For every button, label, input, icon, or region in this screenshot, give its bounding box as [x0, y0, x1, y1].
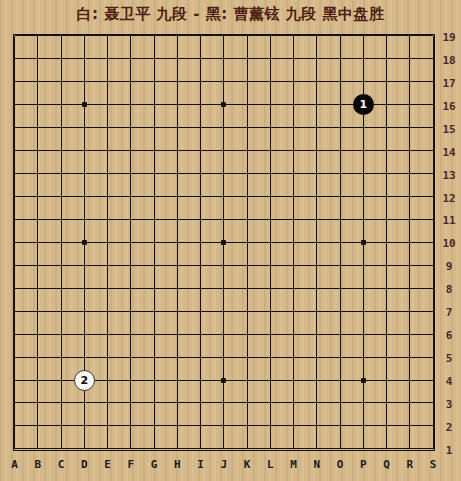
- intersection: [26, 300, 49, 323]
- intersection: [352, 116, 375, 139]
- intersection: [50, 369, 73, 392]
- intersection: [73, 414, 96, 437]
- intersection: [329, 369, 352, 392]
- intersection: [398, 414, 421, 437]
- go-board: 12: [3, 25, 445, 461]
- intersection: [212, 369, 235, 392]
- intersection: [3, 231, 26, 254]
- intersection: [26, 346, 49, 369]
- intersection: [259, 47, 282, 70]
- intersection: 1: [352, 93, 375, 116]
- intersection: [96, 300, 119, 323]
- intersection: [282, 369, 305, 392]
- star-point: [221, 240, 226, 245]
- intersection: [375, 300, 398, 323]
- intersection: [375, 208, 398, 231]
- intersection: [236, 392, 259, 415]
- stone-white-2: 2: [74, 370, 95, 391]
- row-label: 14: [437, 141, 461, 164]
- intersection: [236, 231, 259, 254]
- intersection: [96, 185, 119, 208]
- column-label: C: [50, 456, 73, 472]
- intersection: [26, 231, 49, 254]
- row-label: 10: [437, 232, 461, 255]
- intersection: [329, 414, 352, 437]
- intersection: [73, 47, 96, 70]
- intersection: [212, 162, 235, 185]
- intersection: [3, 277, 26, 300]
- intersection: [119, 162, 142, 185]
- intersection: [26, 70, 49, 93]
- intersection: [212, 323, 235, 346]
- intersection: [329, 346, 352, 369]
- star-point: [221, 102, 226, 107]
- intersection: [166, 231, 189, 254]
- row-label: 8: [437, 278, 461, 301]
- intersection: [236, 185, 259, 208]
- intersection: [26, 47, 49, 70]
- intersection: [73, 208, 96, 231]
- intersection: [189, 369, 212, 392]
- intersection: [96, 116, 119, 139]
- intersection: [352, 70, 375, 93]
- intersection: [3, 70, 26, 93]
- intersection: [259, 254, 282, 277]
- intersection: [96, 70, 119, 93]
- column-label: F: [119, 456, 142, 472]
- intersection: [166, 414, 189, 437]
- intersection: [119, 277, 142, 300]
- intersection: [212, 300, 235, 323]
- row-label: 18: [437, 49, 461, 72]
- intersection: [352, 414, 375, 437]
- intersection: [375, 231, 398, 254]
- intersection: [189, 208, 212, 231]
- intersection: [119, 70, 142, 93]
- intersection: [3, 47, 26, 70]
- intersection: [73, 185, 96, 208]
- intersection: [236, 369, 259, 392]
- intersection: [189, 392, 212, 415]
- intersection: [96, 208, 119, 231]
- intersection: [119, 139, 142, 162]
- intersection: [189, 346, 212, 369]
- intersection: [143, 300, 166, 323]
- intersection: [352, 162, 375, 185]
- intersection: [189, 231, 212, 254]
- intersection: [352, 254, 375, 277]
- column-label: P: [352, 456, 375, 472]
- intersection: [282, 25, 305, 48]
- column-label: L: [259, 456, 282, 472]
- column-label: I: [189, 456, 212, 472]
- intersection: [189, 139, 212, 162]
- intersection: [119, 392, 142, 415]
- intersection: [166, 346, 189, 369]
- row-label: 12: [437, 187, 461, 210]
- intersection: [50, 139, 73, 162]
- intersection: [143, 139, 166, 162]
- intersection: [352, 25, 375, 48]
- column-labels: ABCDEFGHIJKLMNOPQRS: [3, 456, 445, 472]
- intersection: [236, 208, 259, 231]
- intersection: [352, 323, 375, 346]
- intersection: [329, 208, 352, 231]
- intersection: [3, 162, 26, 185]
- intersection: [259, 346, 282, 369]
- intersection: [329, 116, 352, 139]
- intersection: [398, 231, 421, 254]
- intersection: [259, 300, 282, 323]
- star-point: [221, 378, 226, 383]
- intersection: [73, 300, 96, 323]
- intersection: [375, 70, 398, 93]
- intersection: [96, 277, 119, 300]
- intersection: [166, 323, 189, 346]
- intersection: [143, 231, 166, 254]
- intersection: [236, 323, 259, 346]
- intersection: [352, 369, 375, 392]
- intersection: [166, 277, 189, 300]
- intersection: [236, 414, 259, 437]
- intersection: [50, 231, 73, 254]
- intersection: [282, 208, 305, 231]
- intersection: [259, 323, 282, 346]
- intersection: [143, 47, 166, 70]
- intersection: [259, 414, 282, 437]
- intersection: [143, 392, 166, 415]
- intersection: [305, 93, 328, 116]
- intersection: [96, 346, 119, 369]
- intersection: [305, 70, 328, 93]
- intersection: [26, 25, 49, 48]
- intersection: [375, 323, 398, 346]
- intersection: [143, 414, 166, 437]
- intersection: [73, 346, 96, 369]
- column-label: J: [212, 456, 235, 472]
- intersection: [119, 300, 142, 323]
- intersection: [212, 139, 235, 162]
- intersection: [143, 254, 166, 277]
- intersection: [26, 139, 49, 162]
- intersection: [305, 231, 328, 254]
- intersection: [189, 254, 212, 277]
- intersection: [282, 70, 305, 93]
- intersection: [375, 254, 398, 277]
- intersection: [3, 346, 26, 369]
- intersection: [282, 300, 305, 323]
- intersection: [352, 277, 375, 300]
- intersection: [282, 231, 305, 254]
- intersection: [236, 346, 259, 369]
- row-label: 3: [437, 393, 461, 416]
- intersection: [26, 277, 49, 300]
- intersection: [73, 254, 96, 277]
- intersection: [3, 300, 26, 323]
- intersection: [259, 369, 282, 392]
- row-label: 16: [437, 95, 461, 118]
- intersection: [189, 323, 212, 346]
- intersection: [352, 185, 375, 208]
- intersection: [119, 254, 142, 277]
- intersection: [73, 139, 96, 162]
- intersection: [329, 70, 352, 93]
- intersection: [96, 162, 119, 185]
- intersection: [26, 369, 49, 392]
- column-label: K: [236, 456, 259, 472]
- intersection: [282, 323, 305, 346]
- intersection: [305, 185, 328, 208]
- intersection: [329, 25, 352, 48]
- intersection: [282, 93, 305, 116]
- intersection: [3, 414, 26, 437]
- intersection: [398, 185, 421, 208]
- intersection: [50, 323, 73, 346]
- intersection: [282, 47, 305, 70]
- intersection: [166, 392, 189, 415]
- intersection: [305, 369, 328, 392]
- intersection: [50, 254, 73, 277]
- intersection: [189, 25, 212, 48]
- intersection: [236, 254, 259, 277]
- row-label: 6: [437, 324, 461, 347]
- intersection: [96, 254, 119, 277]
- intersection: [259, 162, 282, 185]
- intersection: [166, 116, 189, 139]
- intersection: [375, 414, 398, 437]
- intersection: [143, 93, 166, 116]
- intersection: [212, 70, 235, 93]
- column-label: N: [305, 456, 328, 472]
- intersection: [3, 139, 26, 162]
- intersection: [375, 93, 398, 116]
- intersection: [3, 116, 26, 139]
- stone-black-1: 1: [353, 94, 374, 115]
- intersection: [50, 116, 73, 139]
- intersection: [26, 208, 49, 231]
- intersection: [189, 116, 212, 139]
- intersection: [73, 116, 96, 139]
- intersection: [50, 300, 73, 323]
- intersection: [329, 185, 352, 208]
- intersection: [212, 392, 235, 415]
- intersection: [96, 47, 119, 70]
- intersection: [26, 93, 49, 116]
- intersection: [236, 277, 259, 300]
- intersection: [26, 162, 49, 185]
- intersection: [305, 277, 328, 300]
- intersection: [259, 208, 282, 231]
- row-label: 4: [437, 370, 461, 393]
- intersection: [96, 25, 119, 48]
- intersection: [398, 162, 421, 185]
- intersection: [26, 116, 49, 139]
- intersection: [352, 231, 375, 254]
- intersection: [212, 208, 235, 231]
- column-label: H: [166, 456, 189, 472]
- intersection: [96, 369, 119, 392]
- intersection: [305, 25, 328, 48]
- intersection: [50, 162, 73, 185]
- row-label: 19: [437, 26, 461, 49]
- intersection: [352, 346, 375, 369]
- intersection: [212, 414, 235, 437]
- intersection: [282, 116, 305, 139]
- intersection: [282, 139, 305, 162]
- intersection: [26, 254, 49, 277]
- intersection: [3, 185, 26, 208]
- intersection: [329, 392, 352, 415]
- intersection: [398, 139, 421, 162]
- intersection: [189, 185, 212, 208]
- intersection: [73, 25, 96, 48]
- column-label: D: [73, 456, 96, 472]
- row-label: 9: [437, 255, 461, 278]
- intersection: [3, 369, 26, 392]
- intersection: [398, 323, 421, 346]
- column-label: B: [26, 456, 49, 472]
- column-label: E: [96, 456, 119, 472]
- intersection: [398, 47, 421, 70]
- intersection: [305, 116, 328, 139]
- intersection: [3, 254, 26, 277]
- column-label: Q: [375, 456, 398, 472]
- intersection: [166, 254, 189, 277]
- intersection: [143, 25, 166, 48]
- intersection: [212, 346, 235, 369]
- intersection: [96, 392, 119, 415]
- star-point: [82, 240, 87, 245]
- intersection: [189, 93, 212, 116]
- intersection: [375, 47, 398, 70]
- intersection: [236, 93, 259, 116]
- intersection: [96, 323, 119, 346]
- intersection: [236, 139, 259, 162]
- intersection: [166, 208, 189, 231]
- row-labels: 19181716151413121110987654321: [437, 26, 461, 462]
- intersection: [236, 70, 259, 93]
- intersection: [143, 208, 166, 231]
- intersection: [96, 414, 119, 437]
- intersection: [50, 346, 73, 369]
- intersection: [73, 323, 96, 346]
- intersection: [119, 185, 142, 208]
- intersection: [282, 392, 305, 415]
- intersection: [143, 277, 166, 300]
- intersection: [329, 300, 352, 323]
- intersection: [305, 208, 328, 231]
- intersection: [329, 323, 352, 346]
- game-title: 白: 聂卫平 九段 - 黑: 曹薰铉 九段 黑中盘胜: [0, 5, 461, 24]
- intersection: [352, 47, 375, 70]
- intersection: [305, 254, 328, 277]
- row-label: 2: [437, 416, 461, 439]
- intersection: [212, 116, 235, 139]
- intersection: [26, 392, 49, 415]
- intersection: [329, 47, 352, 70]
- intersection: [143, 346, 166, 369]
- intersection: [143, 116, 166, 139]
- intersection: [166, 139, 189, 162]
- intersection: [26, 323, 49, 346]
- intersection: [119, 93, 142, 116]
- intersection: [259, 25, 282, 48]
- intersection: [282, 185, 305, 208]
- column-label: G: [143, 456, 166, 472]
- intersection: [3, 25, 26, 48]
- intersection: [143, 162, 166, 185]
- intersection: [189, 300, 212, 323]
- intersection: [212, 254, 235, 277]
- intersection: [3, 208, 26, 231]
- intersection: [236, 47, 259, 70]
- column-label: O: [329, 456, 352, 472]
- intersection: [73, 392, 96, 415]
- intersection: [26, 185, 49, 208]
- intersection: [212, 185, 235, 208]
- intersection: [50, 93, 73, 116]
- intersection: [189, 277, 212, 300]
- intersection: [352, 392, 375, 415]
- intersection: [50, 25, 73, 48]
- intersection: [398, 208, 421, 231]
- row-label: 11: [437, 210, 461, 233]
- intersection: [119, 208, 142, 231]
- intersection: [329, 139, 352, 162]
- intersection: [352, 300, 375, 323]
- star-point: [82, 102, 87, 107]
- column-label: A: [3, 456, 26, 472]
- intersection: [282, 254, 305, 277]
- intersection: [398, 254, 421, 277]
- intersection: [398, 277, 421, 300]
- intersection: [96, 139, 119, 162]
- intersection: [166, 25, 189, 48]
- intersection: [73, 277, 96, 300]
- intersection: [143, 70, 166, 93]
- intersection: [73, 93, 96, 116]
- intersection: [119, 323, 142, 346]
- row-label: 15: [437, 118, 461, 141]
- intersection: [212, 93, 235, 116]
- intersection: [50, 185, 73, 208]
- intersection: [282, 162, 305, 185]
- intersection: [305, 300, 328, 323]
- intersection: [259, 116, 282, 139]
- intersection: [189, 162, 212, 185]
- intersection: [119, 231, 142, 254]
- intersection: [3, 392, 26, 415]
- intersection: [282, 414, 305, 437]
- intersection: [119, 116, 142, 139]
- intersection: [375, 392, 398, 415]
- row-label: 17: [437, 72, 461, 95]
- intersection: [282, 277, 305, 300]
- intersection: [398, 369, 421, 392]
- intersection: [96, 231, 119, 254]
- intersection: [236, 116, 259, 139]
- intersection: [259, 185, 282, 208]
- row-label: 5: [437, 347, 461, 370]
- intersection: [398, 70, 421, 93]
- intersection: [375, 162, 398, 185]
- intersection: [329, 162, 352, 185]
- intersection: [282, 346, 305, 369]
- intersection: [305, 47, 328, 70]
- intersection: [236, 300, 259, 323]
- intersection: [398, 300, 421, 323]
- intersection: [189, 70, 212, 93]
